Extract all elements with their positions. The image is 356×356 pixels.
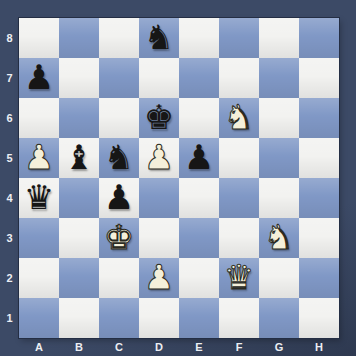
- file-label-b: B: [59, 338, 99, 356]
- square-d2[interactable]: ♟: [139, 258, 179, 298]
- square-h2[interactable]: [299, 258, 339, 298]
- square-h6[interactable]: [299, 98, 339, 138]
- square-g7[interactable]: [259, 58, 299, 98]
- square-c1[interactable]: [99, 298, 139, 338]
- square-a2[interactable]: [19, 258, 59, 298]
- square-f3[interactable]: [219, 218, 259, 258]
- square-h4[interactable]: [299, 178, 339, 218]
- white-queen[interactable]: ♛: [224, 257, 254, 297]
- black-bishop[interactable]: ♝: [64, 137, 94, 177]
- white-pawn[interactable]: ♟: [144, 257, 174, 297]
- square-e3[interactable]: [179, 218, 219, 258]
- file-label-d: D: [139, 338, 179, 356]
- square-g5[interactable]: [259, 138, 299, 178]
- chess-diagram: ♞♟♚♞♟♝♞♟♟♛♟♚♞♟♛ 87654321 ABCDEFGH: [0, 0, 356, 356]
- square-b8[interactable]: [59, 18, 99, 58]
- square-e5[interactable]: ♟: [179, 138, 219, 178]
- white-pawn[interactable]: ♟: [144, 137, 174, 177]
- square-d1[interactable]: [139, 298, 179, 338]
- square-f1[interactable]: [219, 298, 259, 338]
- square-h3[interactable]: [299, 218, 339, 258]
- file-label-f: F: [219, 338, 259, 356]
- rank-label-4: 4: [0, 178, 19, 218]
- rank-label-2: 2: [0, 258, 19, 298]
- file-label-h: H: [299, 338, 339, 356]
- square-e4[interactable]: [179, 178, 219, 218]
- square-h5[interactable]: [299, 138, 339, 178]
- square-c7[interactable]: [99, 58, 139, 98]
- white-king[interactable]: ♚: [104, 217, 134, 257]
- square-h1[interactable]: [299, 298, 339, 338]
- square-a8[interactable]: [19, 18, 59, 58]
- square-g8[interactable]: [259, 18, 299, 58]
- square-f4[interactable]: [219, 178, 259, 218]
- square-d8[interactable]: ♞: [139, 18, 179, 58]
- square-f2[interactable]: ♛: [219, 258, 259, 298]
- chess-board: ♞♟♚♞♟♝♞♟♟♛♟♚♞♟♛: [19, 18, 339, 338]
- square-f6[interactable]: ♞: [219, 98, 259, 138]
- black-queen[interactable]: ♛: [24, 177, 54, 217]
- square-b7[interactable]: [59, 58, 99, 98]
- square-d5[interactable]: ♟: [139, 138, 179, 178]
- square-d3[interactable]: [139, 218, 179, 258]
- square-c6[interactable]: [99, 98, 139, 138]
- square-e7[interactable]: [179, 58, 219, 98]
- square-a7[interactable]: ♟: [19, 58, 59, 98]
- black-knight[interactable]: ♞: [144, 17, 174, 57]
- square-g2[interactable]: [259, 258, 299, 298]
- square-b1[interactable]: [59, 298, 99, 338]
- square-e8[interactable]: [179, 18, 219, 58]
- square-a4[interactable]: ♛: [19, 178, 59, 218]
- white-knight[interactable]: ♞: [224, 97, 254, 137]
- square-c3[interactable]: ♚: [99, 218, 139, 258]
- square-b4[interactable]: [59, 178, 99, 218]
- square-g6[interactable]: [259, 98, 299, 138]
- square-h7[interactable]: [299, 58, 339, 98]
- square-d7[interactable]: [139, 58, 179, 98]
- rank-label-5: 5: [0, 138, 19, 178]
- file-label-a: A: [19, 338, 59, 356]
- square-a6[interactable]: [19, 98, 59, 138]
- black-pawn[interactable]: ♟: [184, 137, 214, 177]
- square-b5[interactable]: ♝: [59, 138, 99, 178]
- square-e6[interactable]: [179, 98, 219, 138]
- rank-label-8: 8: [0, 18, 19, 58]
- square-a1[interactable]: [19, 298, 59, 338]
- rank-label-6: 6: [0, 98, 19, 138]
- square-c4[interactable]: ♟: [99, 178, 139, 218]
- square-b2[interactable]: [59, 258, 99, 298]
- square-e2[interactable]: [179, 258, 219, 298]
- square-d4[interactable]: [139, 178, 179, 218]
- square-g3[interactable]: ♞: [259, 218, 299, 258]
- black-knight[interactable]: ♞: [104, 137, 134, 177]
- square-f5[interactable]: [219, 138, 259, 178]
- black-pawn[interactable]: ♟: [24, 57, 54, 97]
- square-a3[interactable]: [19, 218, 59, 258]
- square-g4[interactable]: [259, 178, 299, 218]
- black-pawn[interactable]: ♟: [104, 177, 134, 217]
- square-e1[interactable]: [179, 298, 219, 338]
- square-b6[interactable]: [59, 98, 99, 138]
- white-pawn[interactable]: ♟: [24, 137, 54, 177]
- square-h8[interactable]: [299, 18, 339, 58]
- file-label-g: G: [259, 338, 299, 356]
- file-label-c: C: [99, 338, 139, 356]
- rank-label-1: 1: [0, 298, 19, 338]
- rank-label-3: 3: [0, 218, 19, 258]
- file-label-e: E: [179, 338, 219, 356]
- square-d6[interactable]: ♚: [139, 98, 179, 138]
- square-f7[interactable]: [219, 58, 259, 98]
- square-c2[interactable]: [99, 258, 139, 298]
- square-f8[interactable]: [219, 18, 259, 58]
- square-c8[interactable]: [99, 18, 139, 58]
- square-g1[interactable]: [259, 298, 299, 338]
- square-b3[interactable]: [59, 218, 99, 258]
- rank-label-7: 7: [0, 58, 19, 98]
- square-a5[interactable]: ♟: [19, 138, 59, 178]
- white-knight[interactable]: ♞: [264, 217, 294, 257]
- black-king[interactable]: ♚: [144, 97, 174, 137]
- square-c5[interactable]: ♞: [99, 138, 139, 178]
